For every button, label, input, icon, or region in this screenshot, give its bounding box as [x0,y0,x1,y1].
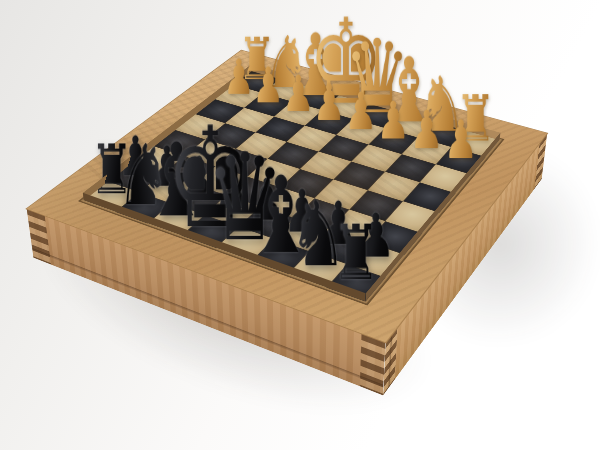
scene-3d: ♜♞♝♚♛♝♞♜♟♟♟♟♟♟♟♟♟♟♟♟♟♟♟♟♜♞♝♚♛♝♞♜ [0,0,600,450]
black-rook-icon: ♜ [332,216,381,292]
finger-joints-icon [360,333,386,395]
chess-set-photo: ♜♞♝♚♛♝♞♜♟♟♟♟♟♟♟♟♟♟♟♟♟♟♟♟♜♞♝♚♛♝♞♜ [0,0,600,450]
chess-box-top: ♜♞♝♚♛♝♞♜♟♟♟♟♟♟♟♟♟♟♟♟♟♟♟♟♜♞♝♚♛♝♞♜ [27,50,547,342]
